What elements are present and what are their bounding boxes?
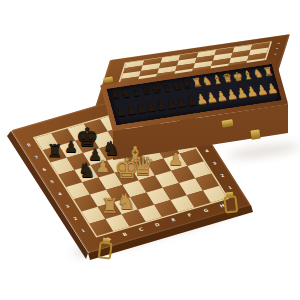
tray-piece-light: ♚ — [231, 69, 243, 83]
tray-piece-light: ♜ — [261, 64, 273, 78]
tray-piece-light: ♝ — [241, 68, 253, 82]
tray-piece-dark: ♜ — [109, 88, 121, 102]
latch-hook-icon — [98, 237, 113, 258]
rank-label: 2 — [216, 172, 229, 179]
coordinate-dot — [276, 48, 279, 49]
tray-piece-dark: ♞ — [119, 86, 131, 100]
tray-piece-dark: ♞ — [170, 78, 182, 92]
latch-hook-icon — [223, 191, 238, 212]
coordinate-dot — [278, 43, 281, 44]
tray-piece-light: ♝ — [211, 72, 223, 86]
rank-label: 1 — [77, 227, 90, 234]
tray-piece-dark: ♚ — [150, 81, 162, 95]
rank-label: 4 — [200, 147, 213, 154]
tray-piece-dark: ♜ — [180, 77, 192, 91]
rank-label: 4 — [53, 190, 66, 197]
rank-label: 3 — [61, 203, 74, 210]
rank-label: 2 — [69, 215, 82, 222]
rank-label: 7 — [30, 154, 43, 161]
tray-piece-dark: ♝ — [160, 80, 172, 94]
tray-piece-light: ♞ — [200, 74, 212, 88]
rank-label: 5 — [46, 178, 59, 185]
rank-label: 3 — [208, 160, 221, 167]
rank-label: 6 — [38, 166, 51, 173]
tray-piece-dark: ♝ — [129, 84, 141, 98]
tray-piece-light: ♜ — [190, 75, 202, 89]
coordinate-dot — [274, 54, 277, 55]
tray-piece-light: ♞ — [251, 66, 263, 80]
rank-label: 8 — [22, 141, 35, 148]
box-shadow — [228, 141, 300, 161]
tray-piece-light: ♛ — [221, 71, 233, 85]
clasp-icon — [250, 129, 260, 139]
chess-set-product-photo: ABCDEFGH ABCDEFGH8877665544332211 ♜♞♝♛♚♝… — [0, 0, 300, 300]
